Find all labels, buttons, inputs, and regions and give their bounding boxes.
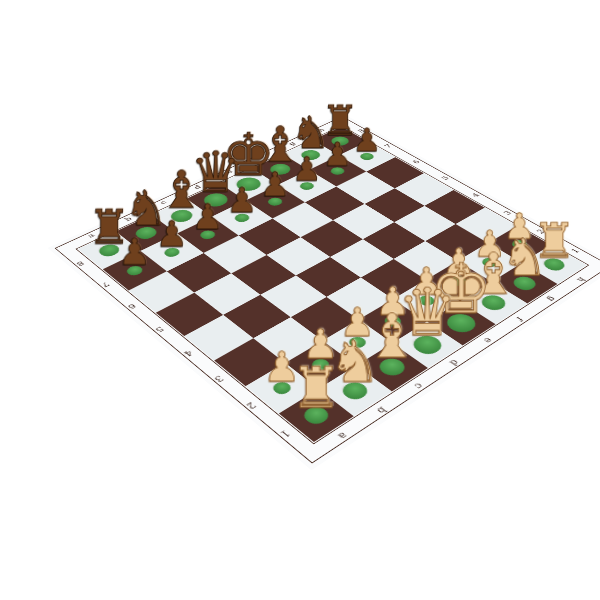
chess-board: ♜♟♟♜♞♟♟♞♝♟♟♝♚♟♟♚♛♟♟♛♝♟♟♝♞♟♟♞♜♟♟♜ aa11bb2… [48,113,600,470]
white-rook[interactable]: ♜ [288,358,345,415]
product-photo: ♜♟♟♜♞♟♟♞♝♟♟♝♚♟♟♚♛♟♟♛♝♟♟♝♞♟♟♞♜♟♟♜ aa11bb2… [0,0,600,600]
black-pawn[interactable]: ♟ [258,168,292,202]
black-pawn[interactable]: ♟ [225,183,259,217]
black-pawn[interactable]: ♟ [190,199,225,234]
black-pawn[interactable]: ♟ [117,234,154,271]
board-grid: ♜♟♟♜♞♟♟♞♝♟♟♝♚♟♟♚♛♟♟♛♝♟♟♝♞♟♟♞♜♟♟♜ [78,127,586,442]
black-pawn[interactable]: ♟ [321,138,353,170]
black-pawn[interactable]: ♟ [154,216,190,252]
black-pawn[interactable]: ♟ [290,153,323,186]
scene: ♜♟♟♜♞♟♟♞♝♟♟♝♚♟♟♚♛♟♟♛♝♟♟♝♞♟♟♞♜♟♟♜ aa11bb2… [0,0,600,600]
